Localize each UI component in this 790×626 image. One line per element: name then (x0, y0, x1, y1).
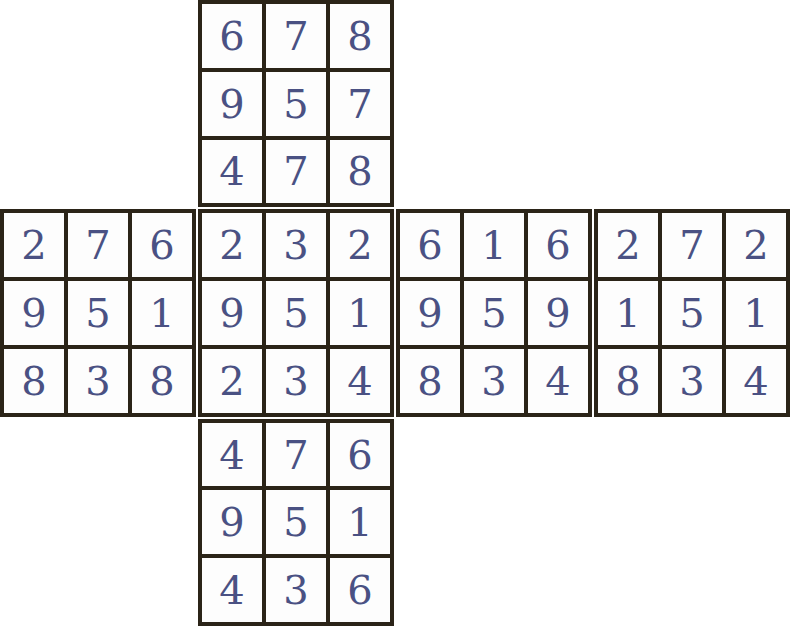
cell-bottom-r3c1[interactable]: 4 (202, 558, 262, 622)
cell-center-r1c2[interactable]: 3 (266, 213, 326, 277)
cell-center-r2c2[interactable]: 5 (266, 281, 326, 345)
cell-left-r1c1[interactable]: 2 (4, 213, 64, 277)
cell-bottom-r2c3[interactable]: 1 (330, 490, 390, 554)
cell-bottom-r1c2[interactable]: 7 (266, 423, 326, 487)
cell-right-r1c3[interactable]: 6 (528, 213, 588, 277)
cell-top-r3c3[interactable]: 8 (330, 140, 390, 204)
block-top: 6 7 8 9 5 7 4 7 8 (198, 0, 394, 207)
cell-left-r1c3[interactable]: 6 (132, 213, 192, 277)
cell-farright-r3c3[interactable]: 4 (726, 349, 786, 413)
cell-top-r2c1[interactable]: 9 (202, 72, 262, 136)
cell-bottom-r3c2[interactable]: 3 (266, 558, 326, 622)
cell-right-r1c2[interactable]: 1 (464, 213, 524, 277)
cell-center-r3c2[interactable]: 3 (266, 349, 326, 413)
cell-right-r2c3[interactable]: 9 (528, 281, 588, 345)
block-bottom: 4 7 6 9 5 1 4 3 6 (198, 419, 394, 626)
cell-top-r1c1[interactable]: 6 (202, 4, 262, 68)
block-right: 6 1 6 9 5 9 8 3 4 (396, 209, 592, 416)
cell-farright-r2c3[interactable]: 1 (726, 281, 786, 345)
cell-left-r1c2[interactable]: 7 (68, 213, 128, 277)
cell-bottom-r2c2[interactable]: 5 (266, 490, 326, 554)
cell-right-r2c1[interactable]: 9 (400, 281, 460, 345)
block-left: 2 7 6 9 5 1 8 3 8 (0, 209, 196, 416)
cell-bottom-r1c1[interactable]: 4 (202, 423, 262, 487)
cell-center-r3c3[interactable]: 4 (330, 349, 390, 413)
cell-left-r3c3[interactable]: 8 (132, 349, 192, 413)
cell-top-r1c2[interactable]: 7 (266, 4, 326, 68)
cell-center-r2c3[interactable]: 1 (330, 281, 390, 345)
block-far-right: 2 7 2 1 5 1 8 3 4 (594, 209, 790, 416)
puzzle-board: 6 7 8 9 5 7 4 7 8 2 7 6 9 5 1 8 3 8 2 3 … (0, 0, 790, 626)
cell-left-r2c1[interactable]: 9 (4, 281, 64, 345)
cell-farright-r2c1[interactable]: 1 (598, 281, 658, 345)
cell-farright-r2c2[interactable]: 5 (662, 281, 722, 345)
cell-left-r3c1[interactable]: 8 (4, 349, 64, 413)
cell-left-r2c2[interactable]: 5 (68, 281, 128, 345)
cell-bottom-r2c1[interactable]: 9 (202, 490, 262, 554)
cell-left-r3c2[interactable]: 3 (68, 349, 128, 413)
cell-right-r3c1[interactable]: 8 (400, 349, 460, 413)
cell-top-r2c3[interactable]: 7 (330, 72, 390, 136)
cell-top-r3c1[interactable]: 4 (202, 140, 262, 204)
cell-right-r1c1[interactable]: 6 (400, 213, 460, 277)
cell-farright-r1c2[interactable]: 7 (662, 213, 722, 277)
cell-center-r3c1[interactable]: 2 (202, 349, 262, 413)
cell-right-r2c2[interactable]: 5 (464, 281, 524, 345)
cell-farright-r1c1[interactable]: 2 (598, 213, 658, 277)
cell-center-r1c1[interactable]: 2 (202, 213, 262, 277)
cell-bottom-r3c3[interactable]: 6 (330, 558, 390, 622)
block-center: 2 3 2 9 5 1 2 3 4 (198, 209, 394, 416)
cell-center-r2c1[interactable]: 9 (202, 281, 262, 345)
cell-top-r3c2[interactable]: 7 (266, 140, 326, 204)
cell-right-r3c3[interactable]: 4 (528, 349, 588, 413)
cell-top-r1c3[interactable]: 8 (330, 4, 390, 68)
cell-top-r2c2[interactable]: 5 (266, 72, 326, 136)
cell-farright-r3c1[interactable]: 8 (598, 349, 658, 413)
cell-bottom-r1c3[interactable]: 6 (330, 423, 390, 487)
cell-right-r3c2[interactable]: 3 (464, 349, 524, 413)
cell-farright-r1c3[interactable]: 2 (726, 213, 786, 277)
cell-center-r1c3[interactable]: 2 (330, 213, 390, 277)
cell-left-r2c3[interactable]: 1 (132, 281, 192, 345)
cell-farright-r3c2[interactable]: 3 (662, 349, 722, 413)
